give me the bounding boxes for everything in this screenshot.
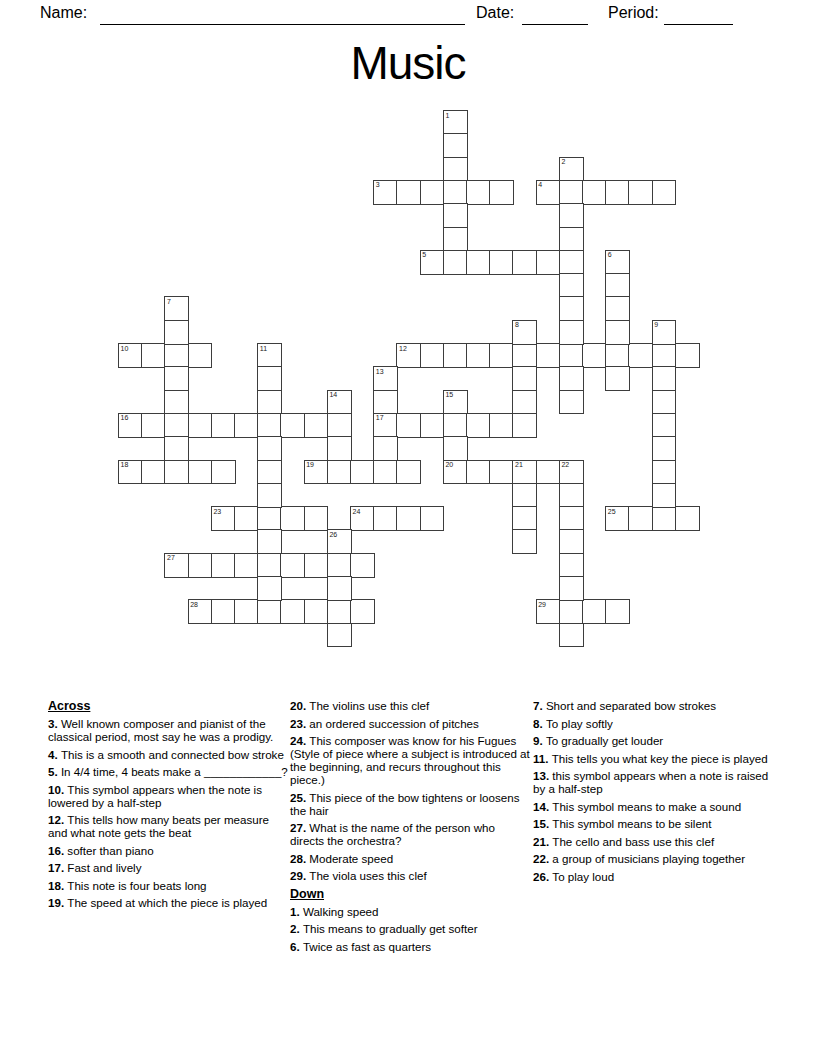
grid-cell-22-17[interactable] — [628, 506, 653, 531]
grid-cell-7-19[interactable] — [280, 553, 305, 578]
down-clue-2: 2. This means to gradually get softer — [290, 922, 530, 935]
grid-cell-2-15[interactable] — [164, 460, 189, 485]
grid-cell-10-21[interactable] — [350, 599, 375, 624]
cell-number-15: 15 — [445, 391, 453, 399]
grid-cell-19-12[interactable] — [559, 390, 584, 415]
grid-cell-17-18[interactable] — [512, 529, 537, 554]
grid-cell-7-21[interactable] — [280, 599, 305, 624]
grid-cell-19-5[interactable] — [559, 227, 584, 252]
down-clues-header: Down — [290, 887, 530, 901]
clue-text: This tells how many beats per measure an… — [48, 813, 269, 839]
grid-cell-2-8[interactable]: 7 — [164, 296, 189, 321]
grid-cell-2-12[interactable] — [164, 390, 189, 415]
grid-cell-16-15[interactable] — [489, 460, 514, 485]
clue-number: 26. — [533, 870, 552, 883]
clue-text: The viola uses this clef — [309, 869, 426, 882]
grid-cell-10-17[interactable]: 24 — [350, 506, 375, 531]
grid-cell-15-6[interactable] — [466, 250, 491, 275]
grid-cell-19-6[interactable] — [559, 250, 584, 275]
across-clue-24: 24. This composer was know for his Fugue… — [290, 734, 530, 786]
grid-cell-6-21[interactable] — [257, 599, 282, 624]
grid-cell-14-12[interactable]: 15 — [443, 390, 468, 415]
clue-text: The cello and bass use this clef — [552, 835, 714, 848]
grid-cell-6-20[interactable] — [257, 576, 282, 601]
down-clue-14: 14. This symbol means to make a sound — [533, 800, 778, 813]
down-clue-8: 8. To play softly — [533, 717, 778, 730]
down-clue-13: 13. this symbol appears when a note is r… — [533, 769, 778, 795]
grid-cell-14-4[interactable] — [443, 203, 468, 228]
grid-cell-6-18[interactable] — [257, 529, 282, 554]
down-clue-11: 11. This tells you what key the piece is… — [533, 752, 778, 765]
grid-cell-10-19[interactable] — [350, 553, 375, 578]
grid-cell-19-4[interactable] — [559, 203, 584, 228]
grid-cell-4-17[interactable]: 23 — [211, 506, 236, 531]
cell-number-16: 16 — [121, 414, 129, 422]
grid-cell-19-9[interactable] — [559, 320, 584, 345]
grid-cell-13-10[interactable] — [420, 343, 445, 368]
grid-cell-19-7[interactable] — [559, 273, 584, 298]
grid-cell-2-11[interactable] — [164, 366, 189, 391]
grid-cell-15-10[interactable] — [466, 343, 491, 368]
grid-cell-23-17[interactable] — [652, 506, 677, 531]
clue-column-3: 7. Short and separated bow strokes8. To … — [533, 699, 778, 887]
clue-number: 7. — [533, 699, 546, 712]
cell-number-22: 22 — [561, 461, 569, 469]
name-label: Name: — [40, 4, 87, 22]
clue-number: 17. — [48, 861, 67, 874]
clue-text: This tells you what key the piece is pla… — [552, 752, 768, 765]
cell-number-6: 6 — [608, 251, 612, 259]
grid-cell-4-21[interactable] — [211, 599, 236, 624]
grid-cell-7-17[interactable] — [280, 506, 305, 531]
cell-number-8: 8 — [515, 321, 519, 329]
grid-cell-19-21[interactable] — [559, 599, 584, 624]
cell-number-5: 5 — [422, 251, 426, 259]
grid-cell-14-10[interactable] — [443, 343, 468, 368]
clue-number: 29. — [290, 869, 309, 882]
grid-cell-1-13[interactable] — [141, 413, 166, 438]
across-clue-4: 4. This is a smooth and connected bow st… — [48, 748, 291, 761]
grid-cell-23-10[interactable] — [652, 343, 677, 368]
grid-cell-21-7[interactable] — [605, 273, 630, 298]
cell-number-3: 3 — [376, 181, 380, 189]
cell-number-1: 1 — [445, 112, 449, 120]
clue-text: This composer was know for his Fugues (S… — [290, 734, 530, 786]
grid-cell-18-10[interactable] — [536, 343, 561, 368]
across-clue-23: 23. an ordered succession of pitches — [290, 717, 530, 730]
grid-cell-23-16[interactable] — [652, 483, 677, 508]
grid-cell-15-3[interactable] — [466, 180, 491, 205]
cell-number-7: 7 — [167, 298, 171, 306]
down-clue-22: 22. a group of musicians playing togethe… — [533, 852, 778, 865]
grid-cell-13-3[interactable] — [420, 180, 445, 205]
grid-cell-16-13[interactable] — [489, 413, 514, 438]
clue-number: 27. — [290, 821, 309, 834]
grid-cell-9-12[interactable]: 14 — [327, 390, 352, 415]
grid-cell-6-13[interactable] — [257, 413, 282, 438]
grid-cell-20-10[interactable] — [582, 343, 607, 368]
cell-number-24: 24 — [353, 508, 361, 516]
across-clue-12: 12. This tells how many beats per measur… — [48, 813, 291, 839]
cell-number-19: 19 — [306, 461, 314, 469]
grid-cell-21-9[interactable] — [605, 320, 630, 345]
grid-cell-6-17[interactable] — [257, 506, 282, 531]
across-clue-29: 29. The viola uses this clef — [290, 869, 530, 882]
grid-cell-13-6[interactable]: 5 — [420, 250, 445, 275]
clue-number: 24. — [290, 734, 309, 747]
clue-number: 5. — [48, 765, 61, 778]
cell-number-4: 4 — [538, 181, 542, 189]
page-title: Music — [0, 36, 816, 90]
across-clue-20: 20. The violins use this clef — [290, 699, 530, 712]
cell-number-25: 25 — [608, 508, 616, 516]
clue-text: This piece of the bow tightens or loosen… — [290, 791, 519, 817]
grid-cell-15-15[interactable] — [466, 460, 491, 485]
grid-cell-19-22[interactable] — [559, 623, 584, 648]
across-clue-18: 18. This note is four beats long — [48, 879, 291, 892]
grid-cell-18-6[interactable] — [536, 250, 561, 275]
period-blank-line[interactable] — [664, 24, 733, 25]
across-clues-header: Across — [48, 699, 291, 713]
grid-cell-23-9[interactable]: 9 — [652, 320, 677, 345]
grid-cell-11-15[interactable] — [373, 460, 398, 485]
clue-text: To play softly — [546, 717, 613, 730]
clue-text: To play loud — [552, 870, 614, 883]
grid-cell-21-8[interactable] — [605, 296, 630, 321]
grid-cell-19-18[interactable] — [559, 529, 584, 554]
grid-cell-9-15[interactable] — [327, 460, 352, 485]
grid-cell-2-10[interactable] — [164, 343, 189, 368]
grid-cell-23-13[interactable] — [652, 413, 677, 438]
clue-text: The violins use this clef — [309, 699, 429, 712]
clue-text: This is a smooth and connected bow strok… — [61, 748, 284, 761]
grid-cell-2-14[interactable] — [164, 436, 189, 461]
clue-number: 25. — [290, 791, 309, 804]
grid-cell-0-10[interactable]: 10 — [118, 343, 143, 368]
grid-cell-9-22[interactable] — [327, 623, 352, 648]
grid-cell-12-15[interactable] — [396, 460, 421, 485]
name-blank-line[interactable] — [100, 24, 465, 25]
across-clue-5: 5. In 4/4 time, 4 beats make a _________… — [48, 765, 291, 778]
clue-number: 6. — [290, 940, 303, 953]
grid-cell-19-10[interactable] — [559, 343, 584, 368]
grid-cell-1-15[interactable] — [141, 460, 166, 485]
grid-cell-17-13[interactable] — [512, 413, 537, 438]
grid-cell-19-19[interactable] — [559, 553, 584, 578]
clue-number: 21. — [533, 835, 552, 848]
grid-cell-23-14[interactable] — [652, 436, 677, 461]
grid-cell-19-3[interactable] — [559, 180, 584, 205]
grid-cell-22-10[interactable] — [628, 343, 653, 368]
clue-number: 19. — [48, 896, 67, 909]
cell-number-26: 26 — [329, 531, 337, 539]
across-clue-28: 28. Moderate speed — [290, 852, 530, 865]
clue-number: 16. — [48, 844, 67, 857]
grid-cell-24-17[interactable] — [675, 506, 700, 531]
grid-cell-12-3[interactable] — [396, 180, 421, 205]
clue-number: 14. — [533, 800, 552, 813]
clue-text: softer than piano — [67, 844, 153, 857]
cell-number-13: 13 — [376, 368, 384, 376]
grid-cell-4-13[interactable] — [211, 413, 236, 438]
grid-cell-2-9[interactable] — [164, 320, 189, 345]
clue-number: 8. — [533, 717, 546, 730]
grid-cell-11-14[interactable] — [373, 436, 398, 461]
grid-cell-8-17[interactable] — [304, 506, 329, 531]
clue-text: Moderate speed — [309, 852, 393, 865]
cell-number-29: 29 — [538, 601, 546, 609]
grid-cell-19-8[interactable] — [559, 296, 584, 321]
clue-text: Well known composer and pianist of the c… — [48, 717, 273, 743]
clue-number: 10. — [48, 783, 67, 796]
grid-cell-21-11[interactable] — [605, 366, 630, 391]
grid-cell-9-14[interactable] — [327, 436, 352, 461]
grid-cell-19-20[interactable] — [559, 576, 584, 601]
down-clue-21: 21. The cello and bass use this clef — [533, 835, 778, 848]
down-clue-6: 6. Twice as fast as quarters — [290, 940, 530, 953]
grid-cell-17-9[interactable]: 8 — [512, 320, 537, 345]
grid-cell-17-15[interactable]: 21 — [512, 460, 537, 485]
grid-cell-2-19[interactable]: 27 — [164, 553, 189, 578]
grid-cell-16-6[interactable] — [489, 250, 514, 275]
clue-number: 11. — [533, 752, 552, 765]
grid-cell-9-19[interactable] — [327, 553, 352, 578]
clue-number: 18. — [48, 879, 67, 892]
cell-number-27: 27 — [167, 554, 175, 562]
cell-number-28: 28 — [190, 601, 198, 609]
grid-cell-12-13[interactable] — [396, 413, 421, 438]
grid-cell-5-13[interactable] — [234, 413, 259, 438]
down-clue-9: 9. To gradually get louder — [533, 734, 778, 747]
cell-number-18: 18 — [121, 461, 129, 469]
clue-text: To gradually get louder — [546, 734, 663, 747]
grid-cell-3-15[interactable] — [188, 460, 213, 485]
grid-cell-6-12[interactable] — [257, 390, 282, 415]
grid-cell-17-11[interactable] — [512, 366, 537, 391]
grid-cell-5-17[interactable] — [234, 506, 259, 531]
grid-cell-21-6[interactable]: 6 — [605, 250, 630, 275]
grid-cell-0-13[interactable]: 16 — [118, 413, 143, 438]
grid-cell-21-3[interactable] — [605, 180, 630, 205]
grid-cell-23-11[interactable] — [652, 366, 677, 391]
grid-cell-12-17[interactable] — [396, 506, 421, 531]
grid-cell-11-12[interactable] — [373, 390, 398, 415]
grid-cell-17-10[interactable] — [512, 343, 537, 368]
grid-cell-18-3[interactable]: 4 — [536, 180, 561, 205]
grid-cell-11-17[interactable] — [373, 506, 398, 531]
down-clue-15: 15. This symbol means to be silent — [533, 817, 778, 830]
across-clue-3: 3. Well known composer and pianist of th… — [48, 717, 291, 743]
grid-cell-3-19[interactable] — [188, 553, 213, 578]
grid-cell-11-11[interactable]: 13 — [373, 366, 398, 391]
grid-cell-23-15[interactable] — [652, 460, 677, 485]
clue-text: This symbol means to be silent — [552, 817, 711, 830]
down-clue-1: 1. Walking speed — [290, 905, 530, 918]
grid-cell-14-0[interactable]: 1 — [443, 110, 468, 135]
grid-cell-23-3[interactable] — [652, 180, 677, 205]
clue-number: 1. — [290, 905, 303, 918]
crossword-grid: 3451012161718192021222324252728291267891… — [118, 110, 700, 649]
grid-cell-13-13[interactable] — [420, 413, 445, 438]
grid-cell-4-15[interactable] — [211, 460, 236, 485]
grid-cell-21-10[interactable] — [605, 343, 630, 368]
across-clue-25: 25. This piece of the bow tightens or lo… — [290, 791, 530, 817]
clue-text: What is the name of the person who direc… — [290, 821, 495, 847]
grid-cell-5-21[interactable] — [234, 599, 259, 624]
down-clue-7: 7. Short and separated bow strokes — [533, 699, 778, 712]
grid-cell-23-12[interactable] — [652, 390, 677, 415]
across-clue-27: 27. What is the name of the person who d… — [290, 821, 530, 847]
grid-cell-9-18[interactable]: 26 — [327, 529, 352, 554]
clue-number: 9. — [533, 734, 546, 747]
grid-cell-11-13[interactable]: 17 — [373, 413, 398, 438]
grid-cell-19-17[interactable] — [559, 506, 584, 531]
across-clue-17: 17. Fast and lively — [48, 861, 291, 874]
grid-cell-14-14[interactable] — [443, 436, 468, 461]
grid-cell-16-3[interactable] — [489, 180, 514, 205]
clue-number: 15. — [533, 817, 552, 830]
across-clue-10: 10. This symbol appears when the note is… — [48, 783, 291, 809]
down-clue-26: 26. To play loud — [533, 870, 778, 883]
grid-cell-17-17[interactable] — [512, 506, 537, 531]
clue-column-1: Across3. Well known composer and pianist… — [48, 699, 291, 914]
cell-number-2: 2 — [561, 158, 565, 166]
clue-number: 3. — [48, 717, 61, 730]
clue-text: This symbol means to make a sound — [552, 800, 741, 813]
grid-cell-14-1[interactable] — [443, 133, 468, 158]
clue-number: 12. — [48, 813, 67, 826]
clue-text: this symbol appears when a note is raise… — [533, 769, 768, 795]
grid-cell-11-3[interactable]: 3 — [373, 180, 398, 205]
worksheet-page: Name: Date: Period: Music 34510121617181… — [0, 0, 816, 1056]
across-clue-16: 16. softer than piano — [48, 844, 291, 857]
grid-cell-8-15[interactable]: 19 — [304, 460, 329, 485]
clue-text: In 4/4 time, 4 beats make a ____________… — [61, 765, 288, 778]
grid-cell-6-16[interactable] — [257, 483, 282, 508]
grid-cell-6-19[interactable] — [257, 553, 282, 578]
grid-cell-12-10[interactable]: 12 — [396, 343, 421, 368]
cell-number-21: 21 — [515, 461, 523, 469]
grid-cell-14-2[interactable] — [443, 157, 468, 182]
grid-cell-2-13[interactable] — [164, 413, 189, 438]
clue-column-2: 20. The violins use this clef23. an orde… — [290, 699, 530, 957]
grid-cell-17-6[interactable] — [512, 250, 537, 275]
cell-number-14: 14 — [329, 391, 337, 399]
grid-cell-8-21[interactable] — [304, 599, 329, 624]
grid-cell-9-21[interactable] — [327, 599, 352, 624]
grid-cell-4-19[interactable] — [211, 553, 236, 578]
grid-cell-18-21[interactable]: 29 — [536, 599, 561, 624]
clue-text: a group of musicians playing together — [552, 852, 745, 865]
grid-cell-14-3[interactable] — [443, 180, 468, 205]
clue-text: This means to gradually get softer — [303, 922, 478, 935]
cell-number-11: 11 — [260, 345, 267, 353]
clue-number: 23. — [290, 717, 309, 730]
cell-number-20: 20 — [445, 461, 453, 469]
grid-cell-3-10[interactable] — [188, 343, 213, 368]
grid-cell-21-21[interactable] — [605, 599, 630, 624]
cell-number-12: 12 — [399, 345, 407, 353]
grid-cell-6-14[interactable] — [257, 436, 282, 461]
clue-number: 22. — [533, 852, 552, 865]
grid-cell-22-3[interactable] — [628, 180, 653, 205]
grid-cell-3-21[interactable]: 28 — [188, 599, 213, 624]
grid-cell-20-21[interactable] — [582, 599, 607, 624]
grid-cell-16-10[interactable] — [489, 343, 514, 368]
grid-cell-8-13[interactable] — [304, 413, 329, 438]
grid-cell-14-15[interactable]: 20 — [443, 460, 468, 485]
grid-cell-0-15[interactable]: 18 — [118, 460, 143, 485]
clue-text: Twice as fast as quarters — [303, 940, 431, 953]
clue-text: This note is four beats long — [67, 879, 206, 892]
grid-cell-19-15[interactable]: 22 — [559, 460, 584, 485]
date-blank-line[interactable] — [522, 24, 588, 25]
grid-cell-13-17[interactable] — [420, 506, 445, 531]
clue-number: 20. — [290, 699, 309, 712]
cell-number-10: 10 — [121, 345, 129, 353]
grid-cell-17-12[interactable] — [512, 390, 537, 415]
grid-cell-6-10[interactable]: 11 — [257, 343, 282, 368]
grid-cell-19-16[interactable] — [559, 483, 584, 508]
grid-cell-17-16[interactable] — [512, 483, 537, 508]
grid-cell-14-13[interactable] — [443, 413, 468, 438]
clue-text: Walking speed — [303, 905, 379, 918]
grid-cell-14-6[interactable] — [443, 250, 468, 275]
grid-cell-5-19[interactable] — [234, 553, 259, 578]
period-label: Period: — [608, 4, 659, 22]
clue-text: Short and separated bow strokes — [546, 699, 716, 712]
clue-text: Fast and lively — [67, 861, 141, 874]
clue-text: This symbol appears when the note is low… — [48, 783, 262, 809]
across-clue-19: 19. The speed at which the piece is play… — [48, 896, 291, 909]
clue-text: an ordered succession of pitches — [309, 717, 479, 730]
grid-cell-6-11[interactable] — [257, 366, 282, 391]
grid-cell-19-11[interactable] — [559, 366, 584, 391]
grid-cell-15-13[interactable] — [466, 413, 491, 438]
grid-cell-10-15[interactable] — [350, 460, 375, 485]
grid-cell-19-2[interactable]: 2 — [559, 157, 584, 182]
grid-cell-6-15[interactable] — [257, 460, 282, 485]
grid-cell-7-13[interactable] — [280, 413, 305, 438]
clue-number: 28. — [290, 852, 309, 865]
grid-cell-1-10[interactable] — [141, 343, 166, 368]
grid-cell-18-15[interactable] — [536, 460, 561, 485]
grid-cell-9-13[interactable] — [327, 413, 352, 438]
date-label: Date: — [476, 4, 514, 22]
grid-cell-20-3[interactable] — [582, 180, 607, 205]
clue-text: The speed at which the piece is played — [67, 896, 267, 909]
grid-cell-24-10[interactable] — [675, 343, 700, 368]
cell-number-23: 23 — [213, 508, 221, 516]
grid-cell-9-20[interactable] — [327, 576, 352, 601]
clue-number: 4. — [48, 748, 61, 761]
grid-cell-14-5[interactable] — [443, 227, 468, 252]
grid-cell-8-19[interactable] — [304, 553, 329, 578]
grid-cell-3-13[interactable] — [188, 413, 213, 438]
cell-number-17: 17 — [376, 414, 384, 422]
grid-cell-21-17[interactable]: 25 — [605, 506, 630, 531]
clue-number: 2. — [290, 922, 303, 935]
clue-number: 13. — [533, 769, 552, 782]
cell-number-9: 9 — [654, 321, 658, 329]
